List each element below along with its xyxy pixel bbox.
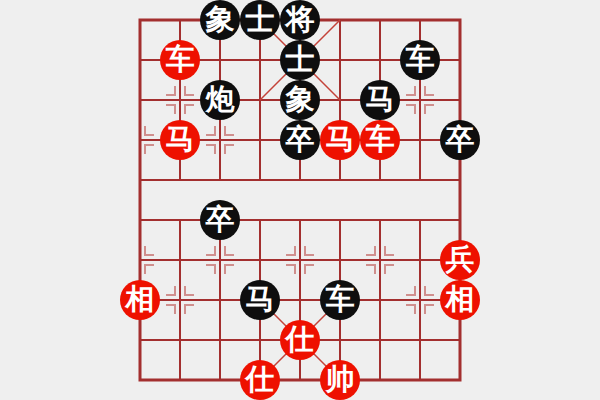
piece-red-elephant[interactable]: 相 bbox=[440, 280, 480, 320]
piece-black-elephant[interactable]: 象 bbox=[200, 0, 240, 40]
piece-black-chariot[interactable]: 车 bbox=[320, 280, 360, 320]
piece-black-general[interactable]: 将 bbox=[280, 0, 320, 40]
piece-black-soldier[interactable]: 卒 bbox=[280, 120, 320, 160]
piece-red-soldier[interactable]: 兵 bbox=[440, 240, 480, 280]
piece-red-chariot[interactable]: 车 bbox=[360, 120, 400, 160]
piece-red-elephant[interactable]: 相 bbox=[120, 280, 160, 320]
piece-black-soldier[interactable]: 卒 bbox=[200, 200, 240, 240]
xiangqi-board: 象士将车士车炮象马马卒马车卒卒兵相马车相仕仕帅 bbox=[120, 0, 480, 400]
piece-black-elephant[interactable]: 象 bbox=[280, 80, 320, 120]
piece-black-advisor[interactable]: 士 bbox=[280, 40, 320, 80]
piece-black-chariot[interactable]: 车 bbox=[400, 40, 440, 80]
piece-red-chariot[interactable]: 车 bbox=[160, 40, 200, 80]
xiangqi-screenshot: 象士将车士车炮象马马卒马车卒卒兵相马车相仕仕帅 bbox=[0, 0, 600, 400]
piece-black-soldier[interactable]: 卒 bbox=[440, 120, 480, 160]
piece-black-horse[interactable]: 马 bbox=[360, 80, 400, 120]
piece-black-horse[interactable]: 马 bbox=[240, 280, 280, 320]
piece-red-advisor[interactable]: 仕 bbox=[280, 320, 320, 360]
piece-red-horse[interactable]: 马 bbox=[160, 120, 200, 160]
piece-red-horse[interactable]: 马 bbox=[320, 120, 360, 160]
piece-black-advisor[interactable]: 士 bbox=[240, 0, 280, 40]
piece-red-advisor[interactable]: 仕 bbox=[240, 360, 280, 400]
piece-black-cannon[interactable]: 炮 bbox=[200, 80, 240, 120]
piece-red-general[interactable]: 帅 bbox=[320, 360, 360, 400]
